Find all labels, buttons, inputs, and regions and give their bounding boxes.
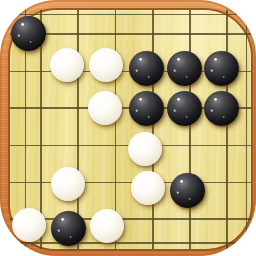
grid-line-h-7	[10, 242, 251, 244]
grid-line-h-6	[10, 218, 251, 220]
board-grid-and-stones	[0, 0, 256, 256]
go-app-icon[interactable]	[0, 0, 256, 256]
grid-line-h-1	[10, 33, 251, 35]
black-stone	[167, 51, 202, 86]
black-stone	[170, 173, 205, 208]
white-stone	[90, 209, 124, 243]
black-stone	[51, 211, 86, 246]
white-stone	[89, 48, 123, 82]
grid-line-h-0	[10, 14, 251, 16]
white-stone	[128, 132, 162, 166]
black-stone	[167, 91, 202, 126]
black-stone	[129, 91, 164, 126]
grid-line-v-4	[152, 10, 154, 249]
black-stone	[11, 16, 46, 51]
grid-line-v-6	[226, 10, 228, 249]
white-stone	[51, 167, 85, 201]
grid-line-v-7	[246, 10, 248, 249]
black-stone	[204, 51, 239, 86]
white-stone	[88, 91, 122, 125]
white-stone	[131, 171, 165, 205]
black-stone	[129, 51, 164, 86]
screenshot-canvas	[0, 0, 256, 256]
black-stone	[204, 91, 239, 126]
grid-line-v-5	[189, 10, 191, 249]
white-stone	[12, 208, 46, 242]
white-stone	[50, 48, 84, 82]
